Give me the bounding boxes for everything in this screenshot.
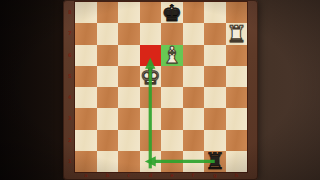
- square-g6: [204, 45, 226, 66]
- square-g3: [204, 108, 226, 129]
- coord-file-e: e: [170, 173, 173, 178]
- square-f7: [183, 23, 205, 44]
- coord-rank-4: 4: [68, 95, 71, 100]
- square-e7: [161, 23, 183, 44]
- square-e5: [161, 66, 183, 87]
- square-c2: [118, 130, 140, 151]
- square-b5: [97, 66, 119, 87]
- square-b1: [97, 151, 119, 172]
- square-c6: [118, 45, 140, 66]
- board: ♚♜♝♚♜: [75, 2, 247, 172]
- coord-rank-5: 5: [68, 74, 71, 79]
- square-f6: [183, 45, 205, 66]
- square-h8: [226, 2, 248, 23]
- square-f8: [183, 2, 205, 23]
- coord-rank-2: 2: [68, 138, 71, 143]
- square-b2: [97, 130, 119, 151]
- square-d6: [140, 45, 162, 66]
- square-d8: [140, 2, 162, 23]
- square-b6: [97, 45, 119, 66]
- square-a4: [75, 87, 97, 108]
- square-b7: [97, 23, 119, 44]
- square-e3: [161, 108, 183, 129]
- square-f3: [183, 108, 205, 129]
- square-e8: ♚: [161, 2, 183, 23]
- square-h2: [226, 130, 248, 151]
- coord-rank-1: 1: [68, 159, 71, 164]
- square-d2: [140, 130, 162, 151]
- square-f4: [183, 87, 205, 108]
- square-e1: [161, 151, 183, 172]
- square-g5: [204, 66, 226, 87]
- square-c1: [118, 151, 140, 172]
- square-g7: [204, 23, 226, 44]
- square-c5: [118, 66, 140, 87]
- square-b3: [97, 108, 119, 129]
- coord-rank-6: 6: [68, 53, 71, 58]
- square-d7: [140, 23, 162, 44]
- coord-rank-3: 3: [68, 116, 71, 121]
- square-d4: [140, 87, 162, 108]
- piece-white-king-d5: ♚: [140, 65, 162, 88]
- square-d1: [140, 151, 162, 172]
- coord-file-a: a: [84, 173, 87, 178]
- square-h6: [226, 45, 248, 66]
- square-a3: [75, 108, 97, 129]
- square-e2: [161, 130, 183, 151]
- square-a6: [75, 45, 97, 66]
- square-d5: ♚: [140, 66, 162, 87]
- coord-file-g: g: [213, 173, 217, 178]
- square-a8: [75, 2, 97, 23]
- square-h3: [226, 108, 248, 129]
- square-c7: [118, 23, 140, 44]
- coord-file-d: d: [149, 173, 153, 178]
- coord-file-h: h: [235, 173, 239, 178]
- piece-white-rook-h7: ♜: [226, 22, 248, 45]
- square-h1: [226, 151, 248, 172]
- square-b4: [97, 87, 119, 108]
- square-g8: [204, 2, 226, 23]
- square-f1: [183, 151, 205, 172]
- square-f2: [183, 130, 205, 151]
- piece-black-rook-g1: ♜: [204, 150, 226, 173]
- square-b8: [97, 2, 119, 23]
- square-c3: [118, 108, 140, 129]
- square-a5: [75, 66, 97, 87]
- square-h5: [226, 66, 248, 87]
- coord-file-c: c: [127, 173, 130, 178]
- coord-rank-7: 7: [68, 31, 71, 36]
- square-a2: [75, 130, 97, 151]
- coord-rank-8: 8: [68, 10, 71, 15]
- square-e4: [161, 87, 183, 108]
- piece-white-bishop-e6: ♝: [161, 44, 183, 67]
- square-h7: ♜: [226, 23, 248, 44]
- square-h4: [226, 87, 248, 108]
- coord-file-f: f: [192, 173, 194, 178]
- square-c8: [118, 2, 140, 23]
- square-g2: [204, 130, 226, 151]
- square-g1: ♜: [204, 151, 226, 172]
- square-g4: [204, 87, 226, 108]
- square-a1: [75, 151, 97, 172]
- square-e6: ♝: [161, 45, 183, 66]
- square-d3: [140, 108, 162, 129]
- piece-black-king-e8: ♚: [161, 1, 183, 24]
- square-a7: [75, 23, 97, 44]
- square-c4: [118, 87, 140, 108]
- coord-file-b: b: [106, 173, 110, 178]
- square-f5: [183, 66, 205, 87]
- video-frame: 87654321abcdefgh ♚♜♝♚♜: [0, 0, 320, 180]
